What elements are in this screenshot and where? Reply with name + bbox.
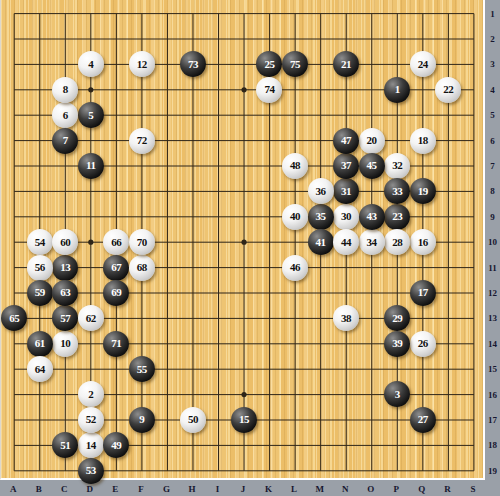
- stone-black: 21: [333, 51, 359, 77]
- stone-white: 54: [27, 229, 53, 255]
- go-kifu-screenshot: 1234567891011121314151617181920212223242…: [0, 0, 500, 496]
- stone-black: 35: [308, 204, 334, 230]
- row-label: 17: [488, 415, 497, 425]
- stone-black: 67: [103, 255, 129, 281]
- col-label: Q: [418, 484, 425, 494]
- stone-white: 10: [52, 331, 78, 357]
- stone-white: 68: [129, 255, 155, 281]
- stone-white: 14: [78, 432, 104, 458]
- col-label: D: [87, 484, 94, 494]
- stone-black: 59: [27, 280, 53, 306]
- col-label: C: [61, 484, 68, 494]
- go-board[interactable]: 1234567891011121314151617181920212223242…: [0, 0, 485, 480]
- row-label: 1: [490, 9, 495, 19]
- stone-black: 73: [180, 51, 206, 77]
- stone-black: 47: [333, 128, 359, 154]
- col-label: L: [291, 484, 297, 494]
- stone-white: 74: [256, 77, 282, 103]
- row-label: 7: [490, 161, 495, 171]
- stone-white: 72: [129, 128, 155, 154]
- row-label: 12: [488, 288, 497, 298]
- stone-white: 62: [78, 305, 104, 331]
- row-label: 9: [490, 212, 495, 222]
- stone-white: 12: [129, 51, 155, 77]
- col-label: P: [394, 484, 400, 494]
- stone-white: 30: [333, 204, 359, 230]
- stone-white: 2: [78, 381, 104, 407]
- row-label: 13: [488, 313, 497, 323]
- stone-black: 23: [384, 204, 410, 230]
- row-label: 11: [488, 263, 497, 273]
- row-label: 10: [488, 237, 497, 247]
- row-label: 4: [490, 85, 495, 95]
- stone-black: 39: [384, 331, 410, 357]
- stone-white: 40: [282, 204, 308, 230]
- stone-white: 4: [78, 51, 104, 77]
- col-label: O: [367, 484, 374, 494]
- row-label: 6: [490, 136, 495, 146]
- col-label: G: [163, 484, 170, 494]
- stone-black: 41: [308, 229, 334, 255]
- stone-black: 9: [129, 407, 155, 433]
- row-coordinate-strip: 12345678910111213141516171819: [485, 0, 500, 496]
- stone-white: 24: [410, 51, 436, 77]
- col-label: A: [10, 484, 17, 494]
- stone-black: 31: [333, 178, 359, 204]
- stone-black: 65: [1, 305, 27, 331]
- row-label: 14: [488, 339, 497, 349]
- stone-white: 34: [359, 229, 385, 255]
- stone-black: 29: [384, 305, 410, 331]
- stone-black: 63: [52, 280, 78, 306]
- stone-black: 37: [333, 153, 359, 179]
- row-label: 8: [490, 186, 495, 196]
- stone-white: 56: [27, 255, 53, 281]
- col-label: I: [216, 484, 220, 494]
- col-label: B: [36, 484, 42, 494]
- stone-white: 16: [410, 229, 436, 255]
- stone-white: 36: [308, 178, 334, 204]
- col-label: S: [470, 484, 475, 494]
- stone-white: 66: [103, 229, 129, 255]
- row-label: 2: [490, 34, 495, 44]
- row-label: 5: [490, 110, 495, 120]
- stone-white: 8: [52, 77, 78, 103]
- stone-black: 49: [103, 432, 129, 458]
- stone-black: 71: [103, 331, 129, 357]
- stone-black: 5: [78, 102, 104, 128]
- col-label: M: [315, 484, 324, 494]
- col-label: R: [444, 484, 451, 494]
- stone-white: 32: [384, 153, 410, 179]
- stone-black: 51: [52, 432, 78, 458]
- row-label: 19: [488, 466, 497, 476]
- stone-white: 70: [129, 229, 155, 255]
- stone-black: 17: [410, 280, 436, 306]
- stone-black: 33: [384, 178, 410, 204]
- stone-white: 26: [410, 331, 436, 357]
- stone-white: 38: [333, 305, 359, 331]
- col-label: K: [265, 484, 272, 494]
- row-label: 18: [488, 440, 497, 450]
- col-label: H: [188, 484, 195, 494]
- row-label: 15: [488, 364, 497, 374]
- stone-black: 7: [52, 128, 78, 154]
- stone-black: 69: [103, 280, 129, 306]
- stone-white: 18: [410, 128, 436, 154]
- column-coordinate-strip: ABCDEFGHIJKLMNOPQRS: [0, 481, 500, 496]
- stone-white: 20: [359, 128, 385, 154]
- stone-black: 27: [410, 407, 436, 433]
- stone-black: 43: [359, 204, 385, 230]
- stone-black: 53: [78, 458, 104, 484]
- row-label: 3: [490, 59, 495, 69]
- stone-white: 48: [282, 153, 308, 179]
- col-label: J: [241, 484, 246, 494]
- stone-white: 64: [27, 356, 53, 382]
- stone-black: 25: [256, 51, 282, 77]
- stone-black: 13: [52, 255, 78, 281]
- stone-white: 6: [52, 102, 78, 128]
- col-label: E: [112, 484, 118, 494]
- stone-white: 52: [78, 407, 104, 433]
- stone-black: 3: [384, 381, 410, 407]
- stone-black: 19: [410, 178, 436, 204]
- stone-black: 61: [27, 331, 53, 357]
- row-label: 16: [488, 390, 497, 400]
- stone-white: 50: [180, 407, 206, 433]
- stone-black: 55: [129, 356, 155, 382]
- stone-black: 11: [78, 153, 104, 179]
- stone-black: 75: [282, 51, 308, 77]
- stone-white: 46: [282, 255, 308, 281]
- stone-layer: 1234567891011121314151617181920212223242…: [1, 1, 486, 483]
- stone-white: 44: [333, 229, 359, 255]
- stone-white: 22: [435, 77, 461, 103]
- stone-white: 60: [52, 229, 78, 255]
- stone-black: 1: [384, 77, 410, 103]
- col-label: F: [138, 484, 144, 494]
- col-label: N: [342, 484, 349, 494]
- stone-black: 57: [52, 305, 78, 331]
- stone-black: 45: [359, 153, 385, 179]
- stone-black: 15: [231, 407, 257, 433]
- stone-white: 28: [384, 229, 410, 255]
